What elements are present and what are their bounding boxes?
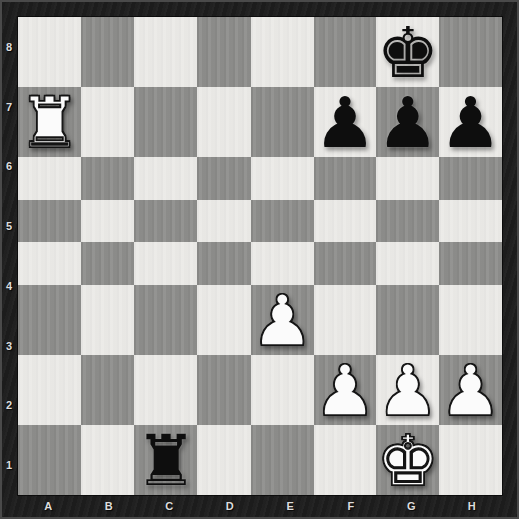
square-f4[interactable] bbox=[314, 242, 377, 285]
file-label-d: D bbox=[200, 495, 261, 517]
black-king[interactable]: ♚ bbox=[376, 18, 439, 88]
square-a7[interactable]: ♜ bbox=[18, 87, 81, 157]
square-b4[interactable] bbox=[81, 242, 135, 285]
rank-label-7: 7 bbox=[0, 77, 18, 137]
square-f5[interactable] bbox=[314, 200, 377, 243]
square-e8[interactable] bbox=[251, 17, 314, 87]
square-f2[interactable]: ♟ bbox=[314, 355, 377, 425]
white-king[interactable]: ♚ bbox=[376, 426, 439, 496]
square-b6[interactable] bbox=[81, 157, 135, 200]
file-label-f: F bbox=[321, 495, 382, 517]
square-h7[interactable]: ♟ bbox=[439, 87, 502, 157]
square-b1[interactable] bbox=[81, 425, 135, 495]
white-pawn[interactable]: ♟ bbox=[439, 356, 502, 426]
white-pawn[interactable]: ♟ bbox=[314, 356, 377, 426]
square-h3[interactable] bbox=[439, 285, 502, 355]
square-d8[interactable] bbox=[197, 17, 251, 87]
square-g1[interactable]: ♚ bbox=[376, 425, 439, 495]
square-f7[interactable]: ♟ bbox=[314, 87, 377, 157]
square-h8[interactable] bbox=[439, 17, 502, 87]
square-e5[interactable] bbox=[251, 200, 314, 243]
square-e4[interactable] bbox=[251, 242, 314, 285]
black-pawn[interactable]: ♟ bbox=[314, 88, 377, 158]
square-c2[interactable] bbox=[134, 355, 197, 425]
rank-labels: 87654321 bbox=[0, 17, 18, 495]
square-h2[interactable]: ♟ bbox=[439, 355, 502, 425]
square-g4[interactable] bbox=[376, 242, 439, 285]
rank-label-1: 1 bbox=[0, 435, 18, 495]
square-c3[interactable] bbox=[134, 285, 197, 355]
square-c4[interactable] bbox=[134, 242, 197, 285]
white-pawn[interactable]: ♟ bbox=[251, 286, 314, 356]
board-frame: 87654321 ♚♜♟♟♟♟♟♟♟♜♚ ABCDEFGH bbox=[0, 0, 519, 519]
square-a4[interactable] bbox=[18, 242, 81, 285]
white-rook[interactable]: ♜ bbox=[18, 88, 81, 158]
square-d1[interactable] bbox=[197, 425, 251, 495]
square-d7[interactable] bbox=[197, 87, 251, 157]
black-pawn[interactable]: ♟ bbox=[376, 88, 439, 158]
square-c1[interactable]: ♜ bbox=[134, 425, 197, 495]
square-h4[interactable] bbox=[439, 242, 502, 285]
square-f3[interactable] bbox=[314, 285, 377, 355]
file-labels: ABCDEFGH bbox=[18, 495, 502, 517]
square-g5[interactable] bbox=[376, 200, 439, 243]
square-g3[interactable] bbox=[376, 285, 439, 355]
black-rook[interactable]: ♜ bbox=[134, 426, 197, 496]
board: ♚♜♟♟♟♟♟♟♟♜♚ bbox=[18, 17, 502, 495]
square-f1[interactable] bbox=[314, 425, 377, 495]
square-b3[interactable] bbox=[81, 285, 135, 355]
white-pawn[interactable]: ♟ bbox=[376, 356, 439, 426]
square-g7[interactable]: ♟ bbox=[376, 87, 439, 157]
square-a5[interactable] bbox=[18, 200, 81, 243]
square-c5[interactable] bbox=[134, 200, 197, 243]
square-h5[interactable] bbox=[439, 200, 502, 243]
file-label-a: A bbox=[18, 495, 79, 517]
square-d6[interactable] bbox=[197, 157, 251, 200]
square-b8[interactable] bbox=[81, 17, 135, 87]
square-d3[interactable] bbox=[197, 285, 251, 355]
square-b2[interactable] bbox=[81, 355, 135, 425]
file-label-b: B bbox=[79, 495, 140, 517]
square-e1[interactable] bbox=[251, 425, 314, 495]
file-label-h: H bbox=[442, 495, 503, 517]
square-a3[interactable] bbox=[18, 285, 81, 355]
square-a2[interactable] bbox=[18, 355, 81, 425]
square-a1[interactable] bbox=[18, 425, 81, 495]
square-g2[interactable]: ♟ bbox=[376, 355, 439, 425]
square-a8[interactable] bbox=[18, 17, 81, 87]
rank-label-4: 4 bbox=[0, 256, 18, 316]
square-c6[interactable] bbox=[134, 157, 197, 200]
square-c7[interactable] bbox=[134, 87, 197, 157]
file-label-e: E bbox=[260, 495, 321, 517]
square-e3[interactable]: ♟ bbox=[251, 285, 314, 355]
square-f8[interactable] bbox=[314, 17, 377, 87]
square-b5[interactable] bbox=[81, 200, 135, 243]
rank-label-5: 5 bbox=[0, 196, 18, 256]
rank-label-6: 6 bbox=[0, 137, 18, 197]
square-e6[interactable] bbox=[251, 157, 314, 200]
file-label-g: G bbox=[381, 495, 442, 517]
square-e2[interactable] bbox=[251, 355, 314, 425]
rank-label-3: 3 bbox=[0, 316, 18, 376]
square-c8[interactable] bbox=[134, 17, 197, 87]
square-d2[interactable] bbox=[197, 355, 251, 425]
square-e7[interactable] bbox=[251, 87, 314, 157]
square-d4[interactable] bbox=[197, 242, 251, 285]
square-g8[interactable]: ♚ bbox=[376, 17, 439, 87]
black-pawn[interactable]: ♟ bbox=[439, 88, 502, 158]
rank-label-8: 8 bbox=[0, 17, 18, 77]
rank-label-2: 2 bbox=[0, 376, 18, 436]
square-d5[interactable] bbox=[197, 200, 251, 243]
square-b7[interactable] bbox=[81, 87, 135, 157]
file-label-c: C bbox=[139, 495, 200, 517]
square-h1[interactable] bbox=[439, 425, 502, 495]
